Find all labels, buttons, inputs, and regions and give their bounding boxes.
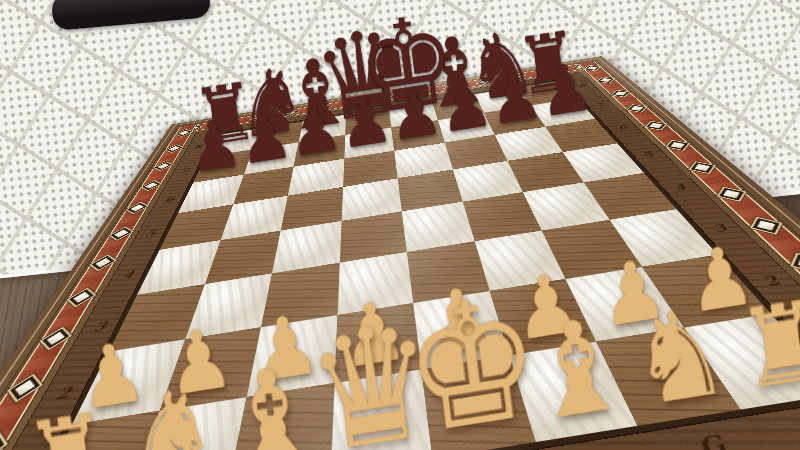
mosaic-diamond bbox=[667, 141, 688, 150]
mosaic-diamond bbox=[0, 433, 4, 450]
mosaic-diamond bbox=[691, 163, 714, 174]
square-a4[interactable] bbox=[137, 240, 220, 295]
mosaic-diamond bbox=[154, 162, 171, 170]
white-bishop-f1[interactable]: ♝ bbox=[519, 302, 635, 439]
mosaic-diamond bbox=[646, 122, 666, 130]
white-rook-a1[interactable]: ♜ bbox=[20, 402, 118, 450]
white-queen-d1[interactable]: ♛ bbox=[299, 302, 444, 450]
mosaic-diamond bbox=[42, 329, 69, 348]
mosaic-diamond bbox=[127, 203, 147, 213]
white-rook-h1[interactable]: ♜ bbox=[733, 289, 800, 405]
white-knight-b1[interactable]: ♞ bbox=[115, 373, 225, 450]
square-e4[interactable] bbox=[402, 202, 474, 252]
mosaic-diamond bbox=[142, 181, 160, 190]
mosaic-diamond bbox=[166, 145, 182, 152]
mosaic-diamond bbox=[752, 218, 779, 233]
mosaic-diamond bbox=[110, 228, 131, 240]
mosaic-diamond bbox=[719, 188, 744, 200]
mosaic-diamond bbox=[612, 90, 629, 96]
mosaic-diamond bbox=[69, 289, 94, 305]
mosaic-diamond bbox=[628, 105, 646, 112]
square-d1[interactable]: ♛ bbox=[330, 369, 433, 450]
chess-set-photo: ♜♞♝♛♚♝♞♜♟♟♟♟♟♟♟♟♟♟♟♟♟♟♟♟♜♞♝♛♚♝♞♜ 8765432… bbox=[0, 0, 800, 450]
square-h5[interactable] bbox=[562, 143, 644, 182]
mosaic-diamond bbox=[597, 77, 613, 82]
white-knight-g1[interactable]: ♞ bbox=[625, 292, 735, 422]
mosaic-diamond bbox=[91, 256, 114, 270]
